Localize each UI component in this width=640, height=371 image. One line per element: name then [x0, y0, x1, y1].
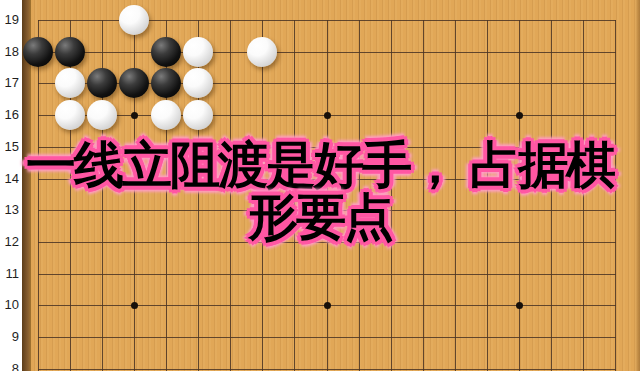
row-label: 10: [0, 296, 19, 314]
grid-line-horizontal: [38, 337, 616, 338]
white-stone[interactable]: [183, 100, 213, 130]
white-stone[interactable]: [151, 100, 181, 130]
white-stone[interactable]: [247, 37, 277, 67]
caption-line-2: 形要点: [248, 191, 392, 244]
caption-line-1: 一线立阻渡是好手， 占据棋: [26, 139, 614, 192]
grid-line-vertical: [423, 20, 424, 371]
grid-line-horizontal: [38, 369, 616, 370]
star-point: [324, 112, 331, 119]
row-label: 14: [0, 170, 19, 188]
white-stone[interactable]: [119, 5, 149, 35]
star-point: [516, 112, 523, 119]
grid-line-horizontal: [38, 274, 616, 275]
star-point: [131, 112, 138, 119]
star-point: [516, 302, 523, 309]
row-label: 17: [0, 74, 19, 92]
star-point: [324, 302, 331, 309]
row-label: 18: [0, 43, 19, 61]
white-stone[interactable]: [55, 100, 85, 130]
row-label: 19: [0, 11, 19, 29]
black-stone[interactable]: [151, 68, 181, 98]
board-right-edge: [635, 0, 640, 371]
grid-line-vertical: [38, 20, 39, 371]
grid-line-vertical: [583, 20, 584, 371]
black-stone[interactable]: [87, 68, 117, 98]
row-label: 16: [0, 106, 19, 124]
white-stone[interactable]: [55, 68, 85, 98]
grid-line-horizontal: [38, 52, 616, 53]
grid-line-vertical: [615, 20, 616, 371]
row-label: 9: [0, 328, 19, 346]
star-point: [131, 302, 138, 309]
white-stone[interactable]: [87, 100, 117, 130]
black-stone[interactable]: [151, 37, 181, 67]
row-label: 12: [0, 233, 19, 251]
white-stone[interactable]: [183, 68, 213, 98]
black-stone[interactable]: [119, 68, 149, 98]
grid-line-vertical: [551, 20, 552, 371]
white-stone[interactable]: [183, 37, 213, 67]
grid-line-vertical: [519, 20, 520, 371]
grid-line-vertical: [455, 20, 456, 371]
grid-line-vertical: [487, 20, 488, 371]
row-label: 13: [0, 201, 19, 219]
grid-line-vertical: [230, 20, 231, 371]
row-label: 15: [0, 138, 19, 156]
go-board-screenshot: 1918171615141312111098 一线立阻渡是好手， 占据棋 形要点: [0, 0, 640, 371]
row-label: 11: [0, 265, 19, 283]
row-label: 8: [0, 360, 19, 371]
black-stone[interactable]: [55, 37, 85, 67]
black-stone[interactable]: [23, 37, 53, 67]
